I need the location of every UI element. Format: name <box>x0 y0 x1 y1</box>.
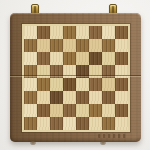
square-d3 <box>63 91 76 104</box>
square-h1 <box>115 117 128 130</box>
square-a3 <box>24 91 37 104</box>
square-c3 <box>50 91 63 104</box>
square-f2 <box>89 104 102 117</box>
chessboard-photo <box>0 0 150 150</box>
square-f3 <box>89 91 102 104</box>
square-b5 <box>37 65 50 78</box>
square-e8 <box>76 26 89 39</box>
square-g6 <box>102 52 115 65</box>
square-b1 <box>37 117 50 130</box>
square-g3 <box>102 91 115 104</box>
square-c4 <box>50 78 63 91</box>
square-c1 <box>50 117 63 130</box>
bottom-hinge-knuckle <box>100 141 106 145</box>
square-e1 <box>76 117 89 130</box>
square-f8 <box>89 26 102 39</box>
square-g1 <box>102 117 115 130</box>
square-e4 <box>76 78 89 91</box>
square-h7 <box>115 39 128 52</box>
square-h2 <box>115 104 128 117</box>
square-e2 <box>76 104 89 117</box>
square-e6 <box>76 52 89 65</box>
square-b2 <box>37 104 50 117</box>
playing-area <box>22 24 130 132</box>
square-a6 <box>24 52 37 65</box>
square-f4 <box>89 78 102 91</box>
bottom-hinge-knuckle <box>30 141 36 145</box>
square-h5 <box>115 65 128 78</box>
square-c2 <box>50 104 63 117</box>
square-a2 <box>24 104 37 117</box>
square-d2 <box>63 104 76 117</box>
square-h3 <box>115 91 128 104</box>
square-h4 <box>115 78 128 91</box>
square-g2 <box>102 104 115 117</box>
square-d7 <box>63 39 76 52</box>
square-d6 <box>63 52 76 65</box>
square-b6 <box>37 52 50 65</box>
square-b4 <box>37 78 50 91</box>
square-f7 <box>89 39 102 52</box>
square-h8 <box>115 26 128 39</box>
square-b3 <box>37 91 50 104</box>
square-b8 <box>37 26 50 39</box>
square-a4 <box>24 78 37 91</box>
square-a7 <box>24 39 37 52</box>
maker-stamp <box>98 134 127 138</box>
square-f6 <box>89 52 102 65</box>
square-f5 <box>89 65 102 78</box>
square-d1 <box>63 117 76 130</box>
square-g8 <box>102 26 115 39</box>
square-c6 <box>50 52 63 65</box>
square-a1 <box>24 117 37 130</box>
chess-grid <box>24 26 128 130</box>
square-b7 <box>37 39 50 52</box>
square-c8 <box>50 26 63 39</box>
square-f1 <box>89 117 102 130</box>
square-d4 <box>63 78 76 91</box>
square-a8 <box>24 26 37 39</box>
square-d5 <box>63 65 76 78</box>
square-g7 <box>102 39 115 52</box>
square-a5 <box>24 65 37 78</box>
square-c7 <box>50 39 63 52</box>
square-e7 <box>76 39 89 52</box>
square-g5 <box>102 65 115 78</box>
square-d8 <box>63 26 76 39</box>
board-frame <box>10 13 141 142</box>
square-e5 <box>76 65 89 78</box>
square-c5 <box>50 65 63 78</box>
square-h6 <box>115 52 128 65</box>
square-e3 <box>76 91 89 104</box>
square-g4 <box>102 78 115 91</box>
